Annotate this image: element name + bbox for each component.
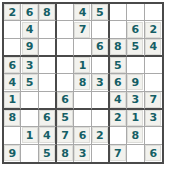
- cell-r3-c4[interactable]: [57, 39, 74, 57]
- cell-r6-c9[interactable]: 7: [145, 92, 162, 110]
- given-digit: 8: [110, 39, 126, 55]
- cell-r5-c1[interactable]: 4: [4, 74, 21, 91]
- cell-r9-c3[interactable]: 5: [39, 145, 57, 162]
- given-digit: 2: [4, 4, 20, 20]
- cell-r8-c2[interactable]: 1: [21, 127, 38, 144]
- cell-r6-c6[interactable]: [92, 92, 110, 110]
- given-digit: 6: [39, 110, 55, 126]
- cell-r5-c5[interactable]: 8: [74, 74, 91, 91]
- cell-r2-c1[interactable]: [4, 21, 21, 38]
- cell-r9-c2[interactable]: [21, 145, 38, 162]
- cell-r8-c8[interactable]: 8: [127, 127, 144, 144]
- cell-r1-c3[interactable]: 8: [39, 4, 57, 21]
- cell-r9-c9[interactable]: 6: [145, 145, 162, 162]
- cell-r9-c7[interactable]: 7: [110, 145, 127, 162]
- given-digit: 9: [127, 74, 143, 90]
- cell-r9-c6[interactable]: [92, 145, 110, 162]
- given-digit: 1: [22, 127, 38, 143]
- cell-r2-c3[interactable]: [39, 21, 57, 38]
- given-digit: 5: [22, 74, 38, 90]
- cell-r2-c8[interactable]: 6: [127, 21, 144, 38]
- given-digit: 4: [4, 74, 20, 90]
- given-digit: 8: [4, 110, 20, 126]
- cell-r4-c1[interactable]: 6: [4, 57, 21, 74]
- given-digit: 4: [110, 92, 126, 108]
- given-digit: 6: [92, 39, 108, 55]
- cell-r8-c6[interactable]: 2: [92, 127, 110, 144]
- cell-r5-c3[interactable]: [39, 74, 57, 91]
- given-digit: 4: [74, 4, 90, 20]
- cell-r8-c5[interactable]: 6: [74, 127, 91, 144]
- cell-r9-c5[interactable]: 3: [74, 145, 91, 162]
- cell-r5-c8[interactable]: 9: [127, 74, 144, 91]
- cell-r5-c7[interactable]: 6: [110, 74, 127, 91]
- cell-r5-c4[interactable]: [57, 74, 74, 91]
- given-digit: 3: [145, 110, 161, 126]
- cell-r1-c6[interactable]: 5: [92, 4, 110, 21]
- cell-r7-c3[interactable]: 6: [39, 110, 57, 127]
- cell-r3-c9[interactable]: 4: [145, 39, 162, 57]
- cell-r4-c8[interactable]: [127, 57, 144, 74]
- cell-r1-c1[interactable]: 2: [4, 4, 21, 21]
- sudoku-board: 2684547629685463154583691643786521314762…: [2, 2, 164, 164]
- cell-r2-c5[interactable]: 7: [74, 21, 91, 38]
- cell-r6-c1[interactable]: 1: [4, 92, 21, 110]
- given-digit: 7: [74, 22, 90, 38]
- cell-r6-c5[interactable]: [74, 92, 91, 110]
- given-digit: 8: [127, 127, 143, 143]
- cell-r3-c7[interactable]: 8: [110, 39, 127, 57]
- cell-r8-c4[interactable]: 7: [57, 127, 74, 144]
- cell-r5-c6[interactable]: 3: [92, 74, 110, 91]
- cell-r3-c2[interactable]: 9: [21, 39, 38, 57]
- cell-r6-c4[interactable]: 6: [57, 92, 74, 110]
- cell-r7-c4[interactable]: 5: [57, 110, 74, 127]
- cell-r1-c2[interactable]: 6: [21, 4, 38, 21]
- cell-r8-c3[interactable]: 4: [39, 127, 57, 144]
- cell-r7-c7[interactable]: 2: [110, 110, 127, 127]
- given-digit: 1: [74, 57, 90, 73]
- cell-r4-c2[interactable]: 3: [21, 57, 38, 74]
- given-digit: 7: [145, 92, 161, 108]
- given-digit: 8: [39, 4, 55, 20]
- cell-r5-c9[interactable]: [145, 74, 162, 91]
- given-digit: 1: [4, 92, 20, 108]
- cell-r8-c7[interactable]: [110, 127, 127, 144]
- cell-r1-c5[interactable]: 4: [74, 4, 91, 21]
- given-digit: 5: [92, 4, 108, 20]
- cell-r4-c4[interactable]: [57, 57, 74, 74]
- given-digit: 2: [145, 22, 161, 38]
- given-digit: 4: [22, 22, 38, 38]
- given-digit: 6: [74, 127, 90, 143]
- given-digit: 6: [57, 92, 73, 108]
- cell-r5-c2[interactable]: 5: [21, 74, 38, 91]
- cell-r1-c4[interactable]: [57, 4, 74, 21]
- cell-r6-c7[interactable]: 4: [110, 92, 127, 110]
- given-digit: 8: [74, 74, 90, 90]
- cell-r3-c5[interactable]: [74, 39, 91, 57]
- given-digit: 3: [74, 145, 90, 161]
- cell-r3-c3[interactable]: [39, 39, 57, 57]
- cell-r3-c6[interactable]: 6: [92, 39, 110, 57]
- cell-r9-c1[interactable]: 9: [4, 145, 21, 162]
- sudoku-page: 2684547629685463154583691643786521314762…: [0, 0, 170, 166]
- cell-r1-c8[interactable]: [127, 4, 144, 21]
- cell-r2-c4[interactable]: [57, 21, 74, 38]
- cell-r2-c9[interactable]: 2: [145, 21, 162, 38]
- given-digit: 5: [110, 57, 126, 73]
- given-digit: 5: [127, 39, 143, 55]
- given-digit: 6: [110, 74, 126, 90]
- given-digit: 6: [22, 4, 38, 20]
- cell-r4-c7[interactable]: 5: [110, 57, 127, 74]
- cell-r2-c2[interactable]: 4: [21, 21, 38, 38]
- cell-r6-c2[interactable]: [21, 92, 38, 110]
- cell-r3-c1[interactable]: [4, 39, 21, 57]
- cell-r2-c6[interactable]: [92, 21, 110, 38]
- given-digit: 7: [57, 127, 73, 143]
- given-digit: 8: [57, 145, 73, 161]
- cell-r3-c8[interactable]: 5: [127, 39, 144, 57]
- cell-r4-c5[interactable]: 1: [74, 57, 91, 74]
- cell-r8-c9[interactable]: [145, 127, 162, 144]
- cell-r7-c9[interactable]: 3: [145, 110, 162, 127]
- given-digit: 6: [4, 57, 20, 73]
- given-digit: 6: [145, 145, 161, 161]
- cell-r9-c8[interactable]: [127, 145, 144, 162]
- given-digit: 3: [92, 74, 108, 90]
- given-digit: 5: [57, 110, 73, 126]
- given-digit: 6: [127, 22, 143, 38]
- cell-r7-c2[interactable]: [21, 110, 38, 127]
- cell-r7-c8[interactable]: 1: [127, 110, 144, 127]
- cell-r4-c3[interactable]: [39, 57, 57, 74]
- cell-r7-c1[interactable]: 8: [4, 110, 21, 127]
- cell-r4-c9[interactable]: [145, 57, 162, 74]
- cell-r9-c4[interactable]: 8: [57, 145, 74, 162]
- cell-r6-c3[interactable]: [39, 92, 57, 110]
- cell-r6-c8[interactable]: 3: [127, 92, 144, 110]
- given-digit: 4: [145, 39, 161, 55]
- cell-r4-c6[interactable]: [92, 57, 110, 74]
- cell-r2-c7[interactable]: [110, 21, 127, 38]
- given-digit: 9: [4, 145, 20, 161]
- cell-r7-c5[interactable]: [74, 110, 91, 127]
- given-digit: 1: [127, 110, 143, 126]
- given-digit: 2: [92, 127, 108, 143]
- given-digit: 2: [110, 110, 126, 126]
- given-digit: 3: [127, 92, 143, 108]
- cell-r1-c7[interactable]: [110, 4, 127, 21]
- given-digit: 7: [110, 145, 126, 161]
- given-digit: 9: [22, 39, 38, 55]
- given-digit: 4: [39, 127, 55, 143]
- given-digit: 5: [39, 145, 55, 161]
- cell-r7-c6[interactable]: [92, 110, 110, 127]
- cell-r8-c1[interactable]: [4, 127, 21, 144]
- cell-r1-c9[interactable]: [145, 4, 162, 21]
- given-digit: 3: [22, 57, 38, 73]
